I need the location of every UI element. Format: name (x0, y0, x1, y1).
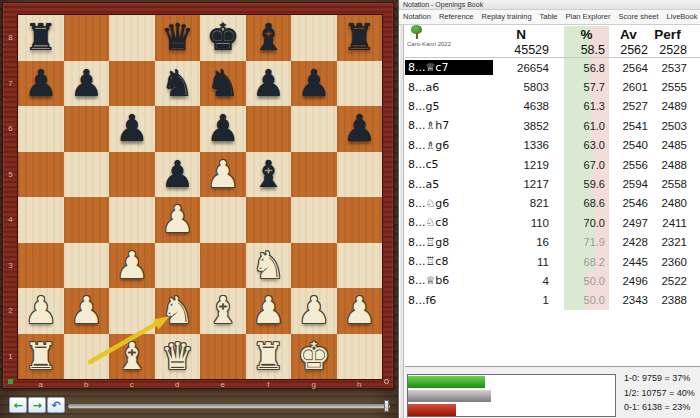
piece-bP[interactable]: ♟ (246, 61, 292, 107)
piece-wK[interactable]: ♚ (291, 334, 337, 380)
result-label: 0-1: 6138 = 23% (624, 400, 695, 415)
back-button[interactable]: ← (9, 397, 27, 413)
move-av: 2540 (609, 139, 648, 151)
move-perf: 2388 (648, 294, 687, 306)
book-move-row[interactable]: 8...♖g81671.924282321 (405, 233, 700, 252)
move-label[interactable]: 8...♗h7 (405, 118, 493, 133)
square-h6[interactable]: ♟ (337, 106, 383, 152)
move-av: 2546 (609, 197, 648, 209)
piece-bR[interactable]: ♜ (18, 15, 64, 61)
move-perf: 2488 (648, 159, 687, 171)
piece-bK[interactable]: ♚ (200, 15, 246, 61)
board-corner-marker-ring (384, 379, 389, 384)
square-c8[interactable] (109, 15, 155, 61)
file-label-f: f (246, 379, 292, 390)
square-c1[interactable]: ♝ (109, 334, 155, 380)
move-perf: 2321 (648, 236, 687, 248)
square-g5[interactable] (291, 152, 337, 198)
tab-replay-training[interactable]: Replay training (478, 10, 536, 24)
move-n: 3852 (493, 120, 549, 132)
square-h1[interactable] (337, 334, 383, 380)
pane-tabs: NotationReferenceReplay trainingTablePla… (399, 10, 700, 25)
square-g2[interactable]: ♟ (291, 288, 337, 334)
square-h7[interactable] (337, 61, 383, 107)
square-b3[interactable] (64, 243, 110, 289)
square-a5[interactable] (18, 152, 64, 198)
square-h4[interactable] (337, 197, 383, 243)
move-label[interactable]: 8...♕b6 (405, 273, 493, 288)
rank-label-5: 5 (3, 152, 18, 198)
results-bar-chart (407, 374, 616, 417)
square-b7[interactable]: ♟ (64, 61, 110, 107)
move-pct: 67.0 (564, 155, 609, 174)
file-label-b: b (64, 379, 110, 390)
piece-wP[interactable]: ♟ (155, 197, 201, 243)
book-move-row[interactable]: 8...a6580357.726012555 (405, 77, 700, 96)
col-header-pct[interactable]: % (564, 26, 609, 43)
rank-label-7: 7 (3, 61, 18, 107)
move-label[interactable]: 8...♖g8 (405, 235, 493, 250)
square-e4[interactable] (200, 197, 246, 243)
square-c6[interactable]: ♟ (109, 106, 155, 152)
file-label-g: g (291, 379, 337, 390)
square-d6[interactable] (155, 106, 201, 152)
square-e1[interactable] (200, 334, 246, 380)
file-labels: abcdefgh (18, 379, 382, 390)
square-f5[interactable]: ♝ (246, 152, 292, 198)
move-label[interactable]: 8...a6 (405, 80, 493, 95)
totals-pct: 58.5 (564, 43, 609, 57)
board-pane: 87654321 abcdefgh ♜♛♚♝♜♟♟♞♞♟♟♟♟♟♟♟♝♟♟♞♟♟… (0, 0, 398, 418)
move-n: 1219 (493, 159, 549, 171)
square-g6[interactable] (291, 106, 337, 152)
file-label-d: d (155, 379, 201, 390)
move-n: 110 (493, 217, 549, 229)
book-move-row[interactable]: 8...a5121759.625942558 (405, 174, 700, 193)
move-av: 2564 (609, 62, 648, 74)
piece-bN[interactable]: ♞ (200, 61, 246, 107)
board-toolbar: ← → ↶ (0, 394, 398, 418)
rank-label-8: 8 (3, 15, 18, 61)
book-move-list: 8...♕c72665456.8256425378...a6580357.726… (405, 58, 700, 310)
piece-wP[interactable]: ♟ (64, 288, 110, 334)
square-e3[interactable] (200, 243, 246, 289)
square-a8[interactable]: ♜ (18, 15, 64, 61)
square-d7[interactable]: ♞ (155, 61, 201, 107)
game-position-slider[interactable] (68, 404, 390, 408)
square-a7[interactable]: ♟ (18, 61, 64, 107)
square-f1[interactable]: ♜ (246, 334, 292, 380)
move-perf: 2360 (648, 256, 687, 268)
square-f6[interactable] (246, 106, 292, 152)
rank-label-3: 3 (3, 243, 18, 289)
move-pct: 50.0 (564, 271, 609, 290)
book-content: Caro-Kann 2022 N % Av Perf 45529 58.5 25… (405, 25, 700, 418)
file-label-c: c (109, 379, 155, 390)
move-label[interactable]: 8...♕c7 (405, 60, 493, 75)
tab-notation[interactable]: Notation (399, 10, 435, 24)
chess-board: 87654321 abcdefgh ♜♛♚♝♜♟♟♞♞♟♟♟♟♟♟♟♝♟♟♞♟♟… (2, 2, 394, 389)
move-label[interactable]: 8...g5 (405, 99, 493, 114)
square-b6[interactable] (64, 106, 110, 152)
square-a6[interactable] (18, 106, 64, 152)
square-e5[interactable]: ♟ (200, 152, 246, 198)
piece-wN[interactable]: ♞ (246, 243, 292, 289)
piece-wP[interactable]: ♟ (18, 288, 64, 334)
square-b1[interactable] (64, 334, 110, 380)
square-g4[interactable] (291, 197, 337, 243)
square-h3[interactable] (337, 243, 383, 289)
square-d5[interactable]: ♟ (155, 152, 201, 198)
move-pct: 61.3 (564, 97, 609, 116)
square-f2[interactable]: ♟ (246, 288, 292, 334)
move-n: 1 (493, 294, 549, 306)
piece-bQ[interactable]: ♛ (155, 15, 201, 61)
piece-wB[interactable]: ♝ (109, 334, 155, 380)
piece-bN[interactable]: ♞ (155, 61, 201, 107)
move-pct: 68.2 (564, 252, 609, 271)
square-d1[interactable]: ♛ (155, 334, 201, 380)
square-c5[interactable] (109, 152, 155, 198)
tab-reference[interactable]: Reference (435, 10, 478, 24)
move-n: 11 (493, 256, 549, 268)
move-n: 1217 (493, 178, 549, 190)
col-header-perf[interactable]: Perf (648, 27, 687, 42)
piece-bP[interactable]: ♟ (109, 106, 155, 152)
move-perf: 2522 (648, 275, 687, 287)
move-n: 4 (493, 275, 549, 287)
move-av: 2527 (609, 100, 648, 112)
square-a3[interactable] (18, 243, 64, 289)
book-move-row[interactable]: 8...g5463861.325272489 (405, 97, 700, 116)
tab-plan-explorer[interactable]: Plan Explorer (562, 10, 615, 24)
book-move-row[interactable]: 8...♘g682168.625462480 (405, 194, 700, 213)
tab-livebook[interactable]: LiveBook (663, 10, 700, 24)
move-label[interactable]: 8...♘c8 (405, 215, 493, 230)
move-perf: 2489 (648, 100, 687, 112)
forward-button[interactable]: → (28, 397, 46, 413)
board-squares: ♜♛♚♝♜♟♟♞♞♟♟♟♟♟♟♟♝♟♟♞♟♟♞♝♟♟♟♜♝♛♜♚ (18, 15, 382, 379)
move-n: 4638 (493, 100, 549, 112)
move-av: 2556 (609, 159, 648, 171)
square-a1[interactable]: ♜ (18, 334, 64, 380)
chessbase-window: 87654321 abcdefgh ♜♛♚♝♜♟♟♞♞♟♟♟♟♟♟♟♝♟♟♞♟♟… (0, 0, 700, 418)
move-av: 2601 (609, 81, 648, 93)
move-label[interactable]: 8...c5 (405, 157, 493, 172)
book-move-row[interactable]: 8...♗g6133663.025402485 (405, 136, 700, 155)
move-av: 2343 (609, 294, 648, 306)
totals-perf: 2528 (648, 43, 687, 57)
square-g1[interactable]: ♚ (291, 334, 337, 380)
move-perf: 2558 (648, 178, 687, 190)
square-h2[interactable]: ♟ (337, 288, 383, 334)
move-pct: 59.6 (564, 174, 609, 193)
file-label-h: h (337, 379, 383, 390)
slider-handle[interactable] (384, 400, 389, 412)
square-b4[interactable] (64, 197, 110, 243)
square-g7[interactable]: ♟ (291, 61, 337, 107)
move-label[interactable]: 8...a5 (405, 177, 493, 192)
piece-wP[interactable]: ♟ (291, 288, 337, 334)
move-label[interactable]: 8...f6 (405, 293, 493, 308)
move-av: 2541 (609, 120, 648, 132)
rank-label-2: 2 (3, 288, 18, 334)
file-label-e: e (200, 379, 246, 390)
move-n: 16 (493, 236, 549, 248)
totals-n: 45529 (493, 43, 549, 57)
square-h5[interactable] (337, 152, 383, 198)
piece-wP[interactable]: ♟ (337, 288, 383, 334)
result-bar-green (408, 376, 485, 388)
move-perf: 2503 (648, 120, 687, 132)
book-move-row[interactable]: 8...♗h7385261.025412503 (405, 116, 700, 135)
square-c7[interactable] (109, 61, 155, 107)
move-n: 5803 (493, 81, 549, 93)
move-perf: 2485 (648, 139, 687, 151)
square-f7[interactable]: ♟ (246, 61, 292, 107)
file-label-a: a (18, 379, 64, 390)
results-labels: 1-0: 9759 = 37%1/2: 10757 = 40%0-1: 6138… (624, 371, 695, 415)
piece-bP[interactable]: ♟ (155, 152, 201, 198)
square-e2[interactable]: ♝ (200, 288, 246, 334)
book-source[interactable]: Caro-Kann 2022 (407, 25, 477, 47)
piece-bP[interactable]: ♟ (337, 106, 383, 152)
move-label[interactable]: 8...♘g6 (405, 196, 493, 211)
pane-title: Notation - Openings Book (399, 0, 700, 10)
move-pct: 68.6 (564, 194, 609, 213)
square-d4[interactable]: ♟ (155, 197, 201, 243)
square-f8[interactable]: ♝ (246, 15, 292, 61)
move-pct: 50.0 (564, 291, 609, 310)
square-a2[interactable]: ♟ (18, 288, 64, 334)
move-n: 1336 (493, 139, 549, 151)
move-perf: 2411 (648, 217, 687, 229)
book-move-row[interactable]: 8...♕c72665456.825642537 (405, 58, 700, 77)
move-n: 821 (493, 197, 549, 209)
square-b2[interactable]: ♟ (64, 288, 110, 334)
piece-bB[interactable]: ♝ (246, 15, 292, 61)
rank-label-6: 6 (3, 106, 18, 152)
square-g8[interactable] (291, 15, 337, 61)
move-perf: 2537 (648, 62, 687, 74)
result-bar-red (408, 404, 456, 416)
piece-wR[interactable]: ♜ (246, 334, 292, 380)
pane-gutter (400, 25, 404, 418)
result-label: 1/2: 10757 = 40% (624, 386, 695, 401)
square-e7[interactable]: ♞ (200, 61, 246, 107)
board-corner-marker-green (8, 379, 13, 384)
square-d2[interactable]: ♞ (155, 288, 201, 334)
result-bar-gray (408, 390, 491, 402)
square-f4[interactable] (246, 197, 292, 243)
piece-bP[interactable]: ♟ (18, 61, 64, 107)
move-pct: 57.7 (564, 77, 609, 96)
book-move-row[interactable]: 8...♖c81168.224452360 (405, 252, 700, 271)
col-header-n[interactable]: N (493, 27, 549, 42)
book-move-row[interactable]: 8...♕b6450.024962522 (405, 271, 700, 290)
move-perf: 2480 (648, 197, 687, 209)
piece-wN[interactable]: ♞ (155, 288, 201, 334)
piece-wP[interactable]: ♟ (246, 288, 292, 334)
piece-wQ[interactable]: ♛ (155, 334, 201, 380)
piece-wB[interactable]: ♝ (200, 288, 246, 334)
piece-wP[interactable]: ♟ (109, 243, 155, 289)
piece-bR[interactable]: ♜ (337, 15, 383, 61)
book-move-row[interactable]: 8...f6150.023432388 (405, 291, 700, 310)
square-a4[interactable] (18, 197, 64, 243)
move-pct: 70.0 (564, 213, 609, 232)
move-av: 2594 (609, 178, 648, 190)
book-name: Caro-Kann 2022 (407, 41, 477, 47)
results-section: 1-0: 9759 = 37%1/2: 10757 = 40%0-1: 6138… (405, 366, 700, 418)
square-f3[interactable]: ♞ (246, 243, 292, 289)
tab-table[interactable]: Table (536, 10, 562, 24)
col-header-av[interactable]: Av (609, 27, 648, 42)
openings-book-panel: Notation - Openings Book NotationReferen… (398, 0, 700, 418)
move-pct: 56.8 (564, 58, 609, 77)
move-perf: 2555 (648, 81, 687, 93)
piece-wR[interactable]: ♜ (18, 334, 64, 380)
square-d3[interactable] (155, 243, 201, 289)
move-n: 26654 (493, 62, 549, 74)
square-c3[interactable]: ♟ (109, 243, 155, 289)
piece-wP[interactable]: ♟ (200, 152, 246, 198)
square-e8[interactable]: ♚ (200, 15, 246, 61)
tab-score-sheet[interactable]: Score sheet (615, 10, 663, 24)
move-pct: 63.0 (564, 136, 609, 155)
rank-label-4: 4 (3, 197, 18, 243)
move-av: 2496 (609, 275, 648, 287)
move-label[interactable]: 8...♗g6 (405, 138, 493, 153)
move-label[interactable]: 8...♖c8 (405, 254, 493, 269)
square-b5[interactable] (64, 152, 110, 198)
piece-bB[interactable]: ♝ (246, 152, 292, 198)
rank-label-1: 1 (3, 334, 18, 380)
square-d8[interactable]: ♛ (155, 15, 201, 61)
square-h8[interactable]: ♜ (337, 15, 383, 61)
totals-av: 2562 (609, 43, 648, 57)
square-c2[interactable] (109, 288, 155, 334)
rank-labels: 87654321 (3, 15, 18, 379)
book-move-row[interactable]: 8...♘c811070.024972411 (405, 213, 700, 232)
piece-bP[interactable]: ♟ (291, 61, 337, 107)
square-c4[interactable] (109, 197, 155, 243)
book-move-row[interactable]: 8...c5121967.025562488 (405, 155, 700, 174)
piece-bP[interactable]: ♟ (64, 61, 110, 107)
square-g3[interactable] (291, 243, 337, 289)
move-av: 2445 (609, 256, 648, 268)
move-pct: 61.0 (564, 116, 609, 135)
result-label: 1-0: 9759 = 37% (624, 371, 695, 386)
square-e6[interactable]: ♟ (200, 106, 246, 152)
square-b8[interactable] (64, 15, 110, 61)
undo-button[interactable]: ↶ (47, 397, 65, 413)
piece-bP[interactable]: ♟ (200, 106, 246, 152)
move-av: 2428 (609, 236, 648, 248)
move-av: 2497 (609, 217, 648, 229)
tree-icon (410, 25, 423, 39)
move-pct: 71.9 (564, 233, 609, 252)
